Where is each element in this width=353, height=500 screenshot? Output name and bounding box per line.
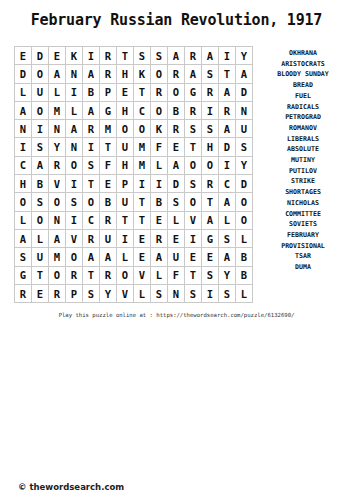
grid-cell: I (66, 175, 83, 193)
grid-cell: R (151, 84, 168, 102)
grid-cell: I (83, 47, 100, 65)
grid-cell: S (134, 47, 151, 65)
grid-cell: I (15, 138, 32, 156)
grid-cell: S (32, 138, 49, 156)
grid-cell: O (117, 120, 134, 138)
word-list-item: SOVIETS (253, 219, 353, 230)
grid-cell: A (202, 212, 219, 230)
grid-cell: V (117, 285, 134, 303)
grid-cell: R (49, 157, 66, 175)
grid-cell: S (15, 248, 32, 266)
grid-cell: B (236, 267, 253, 285)
grid-cell: A (100, 248, 117, 266)
grid-cell: N (15, 120, 32, 138)
grid-cell: A (236, 65, 253, 83)
word-list-item: BREAD (253, 80, 353, 91)
grid-cell: U (100, 230, 117, 248)
grid-cell: L (151, 157, 168, 175)
grid-cell: S (219, 285, 236, 303)
grid-cell: D (168, 175, 185, 193)
grid-cell: A (15, 102, 32, 120)
grid-cell: E (32, 285, 49, 303)
grid-cell: I (32, 120, 49, 138)
grid-cell: R (100, 212, 117, 230)
grid-cell: O (134, 120, 151, 138)
word-list-item: PETROGRAD (253, 112, 353, 123)
grid-cell: A (66, 120, 83, 138)
grid-cell: T (134, 84, 151, 102)
grid-cell: S (185, 285, 202, 303)
grid-cell: L (32, 230, 49, 248)
grid-cell: S (151, 47, 168, 65)
grid-cell: A (15, 230, 32, 248)
grid-cell: O (185, 193, 202, 211)
grid-cell: T (32, 267, 49, 285)
grid-cell: F (168, 267, 185, 285)
grid-cell: G (202, 230, 219, 248)
word-list-item: PUTILOV (253, 166, 353, 177)
grid-cell: S (219, 230, 236, 248)
grid-cell: S (168, 193, 185, 211)
grid-cell: E (168, 230, 185, 248)
grid-cell: O (32, 65, 49, 83)
grid-cell: I (185, 230, 202, 248)
grid-cell: A (83, 102, 100, 120)
grid-cell: N (66, 138, 83, 156)
grid-cell: R (83, 230, 100, 248)
grid-cell: T (185, 138, 202, 156)
grid-cell: L (236, 285, 253, 303)
grid-cell: C (15, 157, 32, 175)
grid-cell: F (100, 157, 117, 175)
grid-cell: H (15, 175, 32, 193)
grid-cell: I (134, 175, 151, 193)
word-search-grid: EDEKIRTSSARAIYDOANARHKORASTALULIBPETROGR… (14, 46, 253, 303)
grid-cell: Y (100, 285, 117, 303)
grid-cell: A (49, 65, 66, 83)
grid-cell: A (202, 47, 219, 65)
grid-cell: A (168, 157, 185, 175)
word-list-item: SHORTAGES (253, 187, 353, 198)
grid-cell: R (151, 230, 168, 248)
grid-cell: N (168, 285, 185, 303)
grid-cell: T (117, 47, 134, 65)
grid-cell: N (66, 65, 83, 83)
word-list-item: OKHRANA (253, 48, 353, 59)
grid-cell: O (15, 193, 32, 211)
word-list-item: COMMITTEE (253, 209, 353, 220)
grid-cell: A (219, 120, 236, 138)
grid-cell: B (168, 102, 185, 120)
grid-cell: L (134, 285, 151, 303)
play-online-text: Play this puzzle online at : https://the… (0, 312, 353, 318)
grid-cell: S (202, 65, 219, 83)
word-list-item: DUMA (253, 262, 353, 273)
grid-cell: O (49, 193, 66, 211)
grid-cell: L (15, 84, 32, 102)
grid-cell: R (168, 65, 185, 83)
grid-cell: U (236, 120, 253, 138)
grid-cell: O (168, 84, 185, 102)
grid-cell: S (66, 193, 83, 211)
grid-cell: A (168, 47, 185, 65)
grid-cell: S (151, 285, 168, 303)
grid-cell: O (202, 157, 219, 175)
puzzle-page: February Russian Revolution, 1917 EDEKIR… (0, 11, 353, 500)
grid-cell: R (185, 47, 202, 65)
grid-cell: B (151, 193, 168, 211)
grid-cell: M (134, 138, 151, 156)
grid-cell: G (15, 267, 32, 285)
grid-cell: L (168, 212, 185, 230)
grid-cell: L (117, 248, 134, 266)
grid-cell: R (202, 175, 219, 193)
grid-cell: A (49, 230, 66, 248)
grid-cell: P (117, 175, 134, 193)
word-list-item: ABSOLUTE (253, 144, 353, 155)
grid-cell: R (66, 267, 83, 285)
word-list-item: STRIKE (253, 176, 353, 187)
grid-cell: O (236, 212, 253, 230)
grid-cell: Y (236, 157, 253, 175)
grid-cell: T (100, 138, 117, 156)
grid-cell: N (49, 120, 66, 138)
grid-cell: E (185, 248, 202, 266)
grid-cell: U (168, 248, 185, 266)
word-list-item: PROVISIONAL (253, 241, 353, 252)
word-list-item: ARISTOCRATS (253, 59, 353, 70)
grid-cell: H (117, 65, 134, 83)
grid-cell: T (185, 267, 202, 285)
word-list-item: MUTINY (253, 155, 353, 166)
grid-cell: I (219, 157, 236, 175)
grid-cell: R (185, 102, 202, 120)
grid-cell: V (185, 212, 202, 230)
grid-cell: F (151, 138, 168, 156)
grid-cell: O (185, 157, 202, 175)
grid-cell: I (202, 285, 219, 303)
word-list-item: LIBERALS (253, 134, 353, 145)
puzzle-content: EDEKIRTSSARAIYDOANARHKORASTALULIBPETROGR… (0, 46, 353, 303)
grid-cell: E (117, 84, 134, 102)
grid-cell: O (66, 248, 83, 266)
grid-cell: O (83, 193, 100, 211)
word-list-item: ROMANOV (253, 123, 353, 134)
grid-cell: O (32, 212, 49, 230)
grid-cell: A (219, 193, 236, 211)
grid-cell: A (219, 84, 236, 102)
grid-cell: I (83, 138, 100, 156)
grid-cell: I (66, 212, 83, 230)
grid-cell: A (219, 248, 236, 266)
grid-cell: U (32, 84, 49, 102)
grid-cell: H (117, 157, 134, 175)
grid-cell: R (49, 285, 66, 303)
grid-cell: Y (219, 267, 236, 285)
grid-cell: R (83, 120, 100, 138)
grid-cell: V (134, 267, 151, 285)
grid-cell: T (117, 212, 134, 230)
grid-cell: L (66, 102, 83, 120)
grid-cell: E (168, 138, 185, 156)
grid-cell: T (83, 175, 100, 193)
grid-cell: M (49, 248, 66, 266)
grid-cell: R (15, 285, 32, 303)
grid-cell: L (15, 212, 32, 230)
grid-cell: S (32, 193, 49, 211)
grid-cell: H (202, 138, 219, 156)
word-list-item: FUEL (253, 91, 353, 102)
grid-cell: R (100, 267, 117, 285)
grid-cell: O (117, 267, 134, 285)
grid-cell: E (202, 248, 219, 266)
grid-cell: C (83, 212, 100, 230)
grid-cell: D (15, 65, 32, 83)
grid-cell: S (202, 267, 219, 285)
word-list-item: RADICALS (253, 102, 353, 113)
grid-cell: G (100, 102, 117, 120)
grid-cell: I (117, 230, 134, 248)
grid-cell: E (100, 175, 117, 193)
grid-cell: S (185, 120, 202, 138)
grid-cell: M (100, 120, 117, 138)
grid-cell: L (219, 212, 236, 230)
grid-cell: B (83, 84, 100, 102)
grid-cell: M (134, 157, 151, 175)
grid-cell: D (236, 175, 253, 193)
grid-cell: H (117, 102, 134, 120)
grid-cell: A (185, 65, 202, 83)
grid-cell: T (134, 193, 151, 211)
grid-cell: S (83, 285, 100, 303)
grid-cell: E (15, 47, 32, 65)
grid-cell: B (32, 175, 49, 193)
grid-cell: B (236, 248, 253, 266)
grid-cell: S (83, 157, 100, 175)
grid-cell: B (100, 193, 117, 211)
grid-cell: O (151, 102, 168, 120)
grid-cell: U (32, 248, 49, 266)
grid-cell: T (134, 212, 151, 230)
grid-cell: T (219, 65, 236, 83)
grid-cell: A (32, 157, 49, 175)
grid-cell: I (66, 84, 83, 102)
word-list-item: TSAR (253, 251, 353, 262)
grid-cell: R (202, 84, 219, 102)
grid-cell: S (185, 175, 202, 193)
grid-cell: R (219, 102, 236, 120)
grid-cell: D (219, 138, 236, 156)
grid-cell: P (66, 285, 83, 303)
word-list-item: FEBRUARY (253, 230, 353, 241)
grid-cell: D (236, 84, 253, 102)
grid-cell: U (117, 193, 134, 211)
word-list-item: NICHOLAS (253, 198, 353, 209)
grid-cell: R (168, 120, 185, 138)
grid-cell: E (134, 230, 151, 248)
word-list-item: BLOODY SUNDAY (253, 69, 353, 80)
grid-cell: O (32, 102, 49, 120)
grid-cell: V (49, 175, 66, 193)
grid-cell: N (236, 102, 253, 120)
grid-cell: E (49, 47, 66, 65)
grid-cell: T (83, 267, 100, 285)
word-list: OKHRANAARISTOCRATSBLOODY SUNDAYBREADFUEL… (253, 46, 353, 273)
grid-cell: P (100, 84, 117, 102)
grid-cell: O (66, 157, 83, 175)
grid-cell: K (66, 47, 83, 65)
copyright-text: © thewordsearch.com (18, 482, 124, 492)
grid-cell: A (151, 248, 168, 266)
grid-cell: V (66, 230, 83, 248)
grid-cell: Y (49, 138, 66, 156)
grid-cell: G (185, 84, 202, 102)
grid-cell: R (100, 47, 117, 65)
grid-cell: U (117, 138, 134, 156)
grid-cell: O (151, 65, 168, 83)
grid-cell: L (236, 230, 253, 248)
grid-cell: K (151, 120, 168, 138)
grid-cell: I (219, 47, 236, 65)
grid-cell: S (202, 120, 219, 138)
grid-cell: D (32, 47, 49, 65)
grid-cell: K (134, 65, 151, 83)
grid-cell: A (83, 65, 100, 83)
grid-cell: N (49, 212, 66, 230)
grid-cell: I (151, 175, 168, 193)
grid-cell: M (49, 102, 66, 120)
grid-cell: T (202, 193, 219, 211)
grid-cell: R (100, 65, 117, 83)
grid-cell: L (49, 84, 66, 102)
puzzle-title: February Russian Revolution, 1917 (0, 11, 353, 29)
grid-cell: L (151, 267, 168, 285)
grid-cell: A (83, 248, 100, 266)
grid-cell: S (236, 138, 253, 156)
grid-cell: E (134, 248, 151, 266)
grid-cell: O (49, 267, 66, 285)
grid-cell: Y (236, 47, 253, 65)
grid-cell: I (202, 102, 219, 120)
grid-cell: O (236, 193, 253, 211)
grid-cell: E (151, 212, 168, 230)
grid-cell: C (219, 175, 236, 193)
grid-cell: C (134, 102, 151, 120)
